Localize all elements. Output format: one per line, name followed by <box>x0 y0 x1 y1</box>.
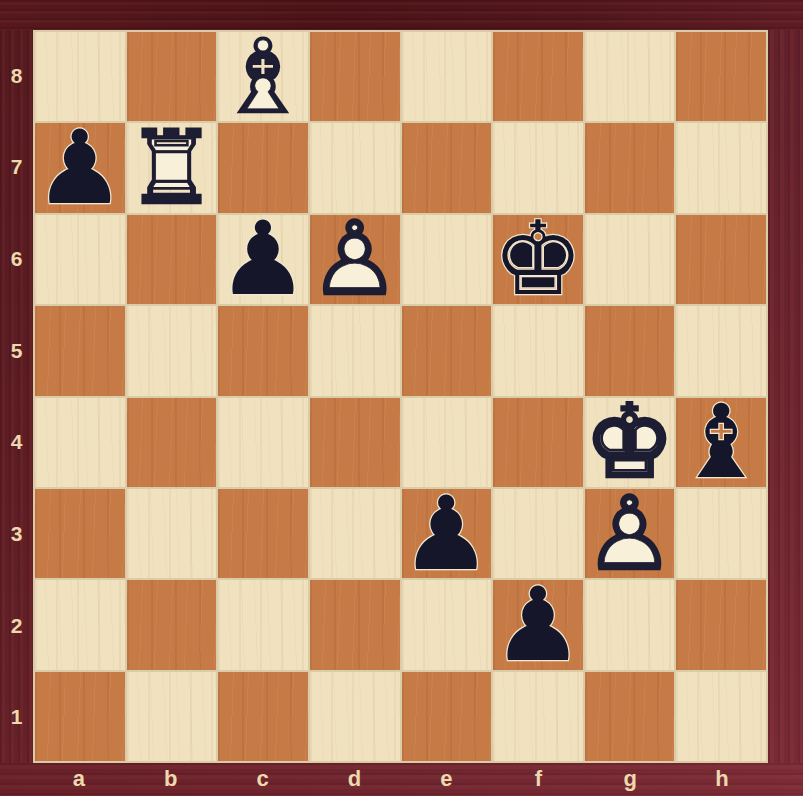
file-label-e: e <box>401 763 493 796</box>
black-pawn-c6[interactable]: ♟♟ <box>218 215 308 304</box>
square-e1[interactable] <box>402 672 492 761</box>
square-g1[interactable] <box>585 672 675 761</box>
square-e8[interactable] <box>402 32 492 121</box>
square-e6[interactable] <box>402 215 492 304</box>
square-f1[interactable] <box>493 672 583 761</box>
square-c6[interactable]: ♟♟ <box>218 215 308 304</box>
black-pawn-a7[interactable]: ♟♟ <box>35 123 125 212</box>
square-c3[interactable] <box>218 489 308 578</box>
rank-labels: 87654321 <box>0 30 33 763</box>
square-d3[interactable] <box>310 489 400 578</box>
square-c1[interactable] <box>218 672 308 761</box>
black-pawn-e3[interactable]: ♟♟ <box>402 489 492 578</box>
white-piece-detail: ♗ <box>218 32 308 121</box>
square-c5[interactable] <box>218 306 308 395</box>
square-d2[interactable] <box>310 580 400 669</box>
white-piece-detail: ♖ <box>127 123 217 212</box>
square-a1[interactable] <box>35 672 125 761</box>
square-a7[interactable]: ♟♟ <box>35 123 125 212</box>
square-e7[interactable] <box>402 123 492 212</box>
square-b6[interactable] <box>127 215 217 304</box>
white-piece-detail: ♙ <box>310 215 400 304</box>
rank-label-8: 8 <box>0 30 33 122</box>
file-label-c: c <box>217 763 309 796</box>
chess-diagram: 87654321 abcdefgh ♝♗♟♟♜♖♟♟♟♙♚♚♚♔♝♝♟♟♟♙♟♟ <box>0 0 803 796</box>
square-b5[interactable] <box>127 306 217 395</box>
white-bishop-c8[interactable]: ♝♗ <box>218 32 308 121</box>
square-g2[interactable] <box>585 580 675 669</box>
board-frame-top <box>0 0 803 30</box>
board-frame-right <box>768 30 803 763</box>
file-label-b: b <box>125 763 217 796</box>
square-f4[interactable] <box>493 398 583 487</box>
chess-board: ♝♗♟♟♜♖♟♟♟♙♚♚♚♔♝♝♟♟♟♙♟♟ <box>33 30 768 763</box>
square-g3[interactable]: ♟♙ <box>585 489 675 578</box>
black-pawn-f2[interactable]: ♟♟ <box>493 580 583 669</box>
file-label-d: d <box>309 763 401 796</box>
square-a5[interactable] <box>35 306 125 395</box>
black-piece-core: ♝ <box>676 398 766 487</box>
square-c4[interactable] <box>218 398 308 487</box>
white-rook-b7[interactable]: ♜♖ <box>127 123 217 212</box>
file-label-a: a <box>33 763 125 796</box>
square-e5[interactable] <box>402 306 492 395</box>
square-d5[interactable] <box>310 306 400 395</box>
square-a4[interactable] <box>35 398 125 487</box>
black-piece-core: ♟ <box>493 580 583 669</box>
square-e2[interactable] <box>402 580 492 669</box>
square-b4[interactable] <box>127 398 217 487</box>
square-b2[interactable] <box>127 580 217 669</box>
rank-label-4: 4 <box>0 397 33 489</box>
white-pawn-d6[interactable]: ♟♙ <box>310 215 400 304</box>
square-d1[interactable] <box>310 672 400 761</box>
square-g8[interactable] <box>585 32 675 121</box>
black-piece-core: ♟ <box>218 215 308 304</box>
square-a6[interactable] <box>35 215 125 304</box>
square-b7[interactable]: ♜♖ <box>127 123 217 212</box>
square-h4[interactable]: ♝♝ <box>676 398 766 487</box>
rank-label-1: 1 <box>0 671 33 763</box>
black-bishop-h4[interactable]: ♝♝ <box>676 398 766 487</box>
square-g7[interactable] <box>585 123 675 212</box>
black-king-f6[interactable]: ♚♚ <box>493 215 583 304</box>
square-e3[interactable]: ♟♟ <box>402 489 492 578</box>
square-h3[interactable] <box>676 489 766 578</box>
square-h7[interactable] <box>676 123 766 212</box>
square-d4[interactable] <box>310 398 400 487</box>
black-piece-core: ♟ <box>35 123 125 212</box>
black-piece-core: ♚ <box>493 215 583 304</box>
black-piece-core: ♟ <box>402 489 492 578</box>
square-c2[interactable] <box>218 580 308 669</box>
square-b1[interactable] <box>127 672 217 761</box>
rank-label-5: 5 <box>0 305 33 397</box>
square-d6[interactable]: ♟♙ <box>310 215 400 304</box>
rank-label-7: 7 <box>0 122 33 214</box>
file-label-g: g <box>584 763 676 796</box>
square-f5[interactable] <box>493 306 583 395</box>
square-a3[interactable] <box>35 489 125 578</box>
white-piece-detail: ♙ <box>585 489 675 578</box>
square-d8[interactable] <box>310 32 400 121</box>
square-g6[interactable] <box>585 215 675 304</box>
square-f8[interactable] <box>493 32 583 121</box>
file-labels: abcdefgh <box>33 763 768 796</box>
square-h1[interactable] <box>676 672 766 761</box>
rank-label-6: 6 <box>0 213 33 305</box>
file-label-h: h <box>676 763 768 796</box>
square-b3[interactable] <box>127 489 217 578</box>
square-f6[interactable]: ♚♚ <box>493 215 583 304</box>
rank-label-3: 3 <box>0 488 33 580</box>
square-h8[interactable] <box>676 32 766 121</box>
file-label-f: f <box>492 763 584 796</box>
square-a2[interactable] <box>35 580 125 669</box>
white-pawn-g3[interactable]: ♟♙ <box>585 489 675 578</box>
square-f2[interactable]: ♟♟ <box>493 580 583 669</box>
rank-label-2: 2 <box>0 580 33 672</box>
square-h6[interactable] <box>676 215 766 304</box>
square-h2[interactable] <box>676 580 766 669</box>
square-c8[interactable]: ♝♗ <box>218 32 308 121</box>
